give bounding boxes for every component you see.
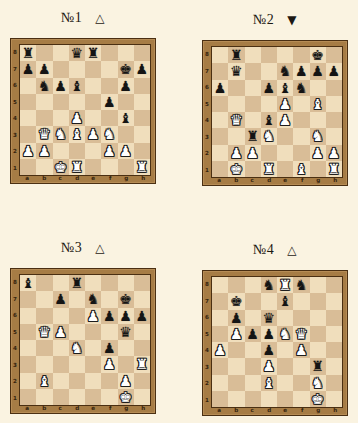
white-pawn-piece[interactable]: ♟ <box>214 343 227 357</box>
square-c2[interactable] <box>53 373 69 389</box>
black-king-piece[interactable]: ♚ <box>230 294 243 308</box>
white-knight-piece[interactable]: ♞ <box>311 376 324 390</box>
square-f7[interactable]: ♟ <box>293 63 309 79</box>
black-pawn-piece[interactable]: ♟ <box>54 79 67 93</box>
black-pawn-piece[interactable]: ♟ <box>295 64 308 78</box>
square-a7[interactable] <box>212 63 228 79</box>
square-f5[interactable]: ♟ <box>101 94 117 110</box>
white-rook-piece[interactable]: ♜ <box>263 162 276 176</box>
white-rook-piece[interactable]: ♜ <box>71 160 84 174</box>
square-a5[interactable] <box>212 96 228 112</box>
square-a3[interactable] <box>20 126 36 142</box>
square-b1[interactable] <box>36 159 52 175</box>
square-g1[interactable] <box>310 161 326 177</box>
square-a4[interactable]: ♟ <box>212 342 228 358</box>
white-queen-piece[interactable]: ♛ <box>295 327 308 341</box>
square-d3[interactable]: ♝ <box>69 126 85 142</box>
square-g2[interactable]: ♟ <box>118 143 134 159</box>
black-rook-piece[interactable]: ♜ <box>311 359 324 373</box>
square-f6[interactable]: ♟ <box>101 308 117 324</box>
black-queen-piece[interactable]: ♛ <box>230 64 243 78</box>
square-h7[interactable] <box>326 293 342 309</box>
square-f6[interactable] <box>293 310 309 326</box>
square-b2[interactable]: ♟ <box>36 143 52 159</box>
square-d4[interactable]: ♞ <box>69 340 85 356</box>
square-a7[interactable]: ♟ <box>20 61 36 77</box>
square-e5[interactable] <box>85 94 101 110</box>
white-pawn-piece[interactable]: ♟ <box>328 146 341 160</box>
square-a5[interactable] <box>212 326 228 342</box>
square-b5[interactable] <box>228 96 244 112</box>
square-g5[interactable] <box>310 326 326 342</box>
square-d5[interactable] <box>261 96 277 112</box>
square-e5[interactable]: ♞ <box>277 326 293 342</box>
square-a7[interactable] <box>20 291 36 307</box>
white-pawn-piece[interactable]: ♟ <box>279 97 292 111</box>
square-a7[interactable] <box>212 293 228 309</box>
square-d5[interactable]: ♟ <box>261 326 277 342</box>
square-g3[interactable]: ♞ <box>310 128 326 144</box>
square-a6[interactable] <box>212 310 228 326</box>
square-g2[interactable]: ♞ <box>310 375 326 391</box>
square-c7[interactable] <box>245 293 261 309</box>
white-pawn-piece[interactable]: ♟ <box>119 144 132 158</box>
black-pawn-piece[interactable]: ♟ <box>246 327 259 341</box>
square-c7[interactable] <box>245 63 261 79</box>
white-pawn-piece[interactable]: ♟ <box>230 146 243 160</box>
square-e7[interactable]: ♞ <box>85 291 101 307</box>
square-b1[interactable]: ♚ <box>228 161 244 177</box>
white-bishop-piece[interactable]: ♝ <box>311 97 324 111</box>
square-a2[interactable] <box>212 145 228 161</box>
black-rook-piece[interactable]: ♜ <box>87 46 100 60</box>
white-bishop-piece[interactable]: ♝ <box>38 374 51 388</box>
black-pawn-piece[interactable]: ♟ <box>136 309 149 323</box>
square-h5[interactable] <box>134 94 150 110</box>
black-pawn-piece[interactable]: ♟ <box>263 327 276 341</box>
square-g6[interactable] <box>310 80 326 96</box>
square-d6[interactable]: ♝ <box>69 78 85 94</box>
square-f5[interactable] <box>293 96 309 112</box>
square-g5[interactable]: ♝ <box>310 96 326 112</box>
square-e7[interactable] <box>85 61 101 77</box>
white-pawn-piece[interactable]: ♟ <box>87 309 100 323</box>
white-queen-piece[interactable]: ♛ <box>38 127 51 141</box>
square-e2[interactable] <box>277 375 293 391</box>
square-a1[interactable] <box>212 391 228 407</box>
square-e3[interactable]: ♟ <box>85 126 101 142</box>
square-f8[interactable] <box>101 45 117 61</box>
square-b2[interactable]: ♟ <box>228 145 244 161</box>
square-f4[interactable]: ♟ <box>293 342 309 358</box>
square-h8[interactable] <box>326 47 342 63</box>
square-c8[interactable] <box>245 47 261 63</box>
square-b6[interactable] <box>36 308 52 324</box>
square-d6[interactable]: ♟ <box>261 80 277 96</box>
square-b6[interactable] <box>228 80 244 96</box>
square-a5[interactable] <box>20 324 36 340</box>
square-f3[interactable] <box>293 128 309 144</box>
square-c5[interactable] <box>53 94 69 110</box>
square-g3[interactable] <box>118 356 134 372</box>
square-f8[interactable]: ♞ <box>293 277 309 293</box>
black-queen-piece[interactable]: ♛ <box>263 311 276 325</box>
square-h1[interactable]: ♜ <box>134 159 150 175</box>
square-e8[interactable]: ♜ <box>85 45 101 61</box>
square-c2[interactable]: ♟ <box>245 145 261 161</box>
square-f6[interactable] <box>101 78 117 94</box>
square-a4[interactable] <box>212 112 228 128</box>
square-h6[interactable]: ♟ <box>134 308 150 324</box>
square-a8[interactable]: ♝ <box>20 275 36 291</box>
square-d8[interactable]: ♞ <box>261 277 277 293</box>
square-d3[interactable]: ♞ <box>261 128 277 144</box>
square-b4[interactable] <box>228 342 244 358</box>
black-pawn-piece[interactable]: ♟ <box>103 95 116 109</box>
square-a1[interactable] <box>20 159 36 175</box>
square-b7[interactable]: ♛ <box>228 63 244 79</box>
black-queen-piece[interactable]: ♛ <box>119 325 132 339</box>
white-knight-piece[interactable]: ♞ <box>311 129 324 143</box>
square-b7[interactable]: ♟ <box>36 61 52 77</box>
square-c4[interactable] <box>245 112 261 128</box>
square-h6[interactable] <box>134 78 150 94</box>
square-f2[interactable] <box>101 373 117 389</box>
square-a3[interactable] <box>212 358 228 374</box>
square-f2[interactable] <box>293 375 309 391</box>
square-f8[interactable] <box>293 47 309 63</box>
square-g4[interactable] <box>310 342 326 358</box>
square-e8[interactable]: ♜ <box>277 277 293 293</box>
square-h2[interactable] <box>134 373 150 389</box>
square-b3[interactable]: ♛ <box>36 126 52 142</box>
square-b6[interactable]: ♞ <box>36 78 52 94</box>
square-b5[interactable]: ♛ <box>36 324 52 340</box>
square-g3[interactable]: ♜ <box>310 358 326 374</box>
square-h5[interactable] <box>326 326 342 342</box>
black-bishop-piece[interactable]: ♝ <box>119 111 132 125</box>
square-a2[interactable] <box>212 375 228 391</box>
square-f2[interactable] <box>293 145 309 161</box>
square-d4[interactable]: ♝ <box>261 112 277 128</box>
square-d6[interactable] <box>69 308 85 324</box>
square-g7[interactable]: ♚ <box>118 61 134 77</box>
square-f5[interactable]: ♛ <box>293 326 309 342</box>
black-pawn-piece[interactable]: ♟ <box>103 309 116 323</box>
black-pawn-piece[interactable]: ♟ <box>136 62 149 76</box>
square-d6[interactable]: ♛ <box>261 310 277 326</box>
white-bishop-piece[interactable]: ♝ <box>295 162 308 176</box>
square-f1[interactable]: ♝ <box>293 161 309 177</box>
square-f2[interactable]: ♟ <box>101 143 117 159</box>
square-g4[interactable] <box>310 112 326 128</box>
square-g7[interactable]: ♟ <box>310 63 326 79</box>
square-c5[interactable]: ♟ <box>245 326 261 342</box>
square-d4[interactable]: ♟ <box>69 110 85 126</box>
square-b5[interactable] <box>36 94 52 110</box>
square-d1[interactable] <box>261 391 277 407</box>
square-c3[interactable] <box>53 356 69 372</box>
square-a6[interactable] <box>20 78 36 94</box>
square-g8[interactable]: ♚ <box>310 47 326 63</box>
square-a6[interactable]: ♟ <box>212 80 228 96</box>
square-h6[interactable] <box>326 80 342 96</box>
square-g7[interactable] <box>310 293 326 309</box>
square-d2[interactable] <box>261 145 277 161</box>
square-c8[interactable] <box>53 45 69 61</box>
square-b3[interactable] <box>228 128 244 144</box>
black-bishop-piece[interactable]: ♝ <box>263 113 276 127</box>
black-pawn-piece[interactable]: ♟ <box>38 62 51 76</box>
square-h8[interactable] <box>326 277 342 293</box>
square-g8[interactable] <box>118 45 134 61</box>
square-a1[interactable] <box>20 389 36 405</box>
square-f1[interactable] <box>101 159 117 175</box>
white-knight-piece[interactable]: ♞ <box>71 341 84 355</box>
white-queen-piece[interactable]: ♛ <box>38 325 51 339</box>
black-pawn-piece[interactable]: ♟ <box>263 81 276 95</box>
square-d2[interactable]: ♝ <box>261 375 277 391</box>
square-c8[interactable] <box>245 277 261 293</box>
square-d2[interactable] <box>69 143 85 159</box>
square-c3[interactable] <box>245 358 261 374</box>
square-c7[interactable]: ♟ <box>53 291 69 307</box>
white-pawn-piece[interactable]: ♟ <box>311 146 324 160</box>
square-h3[interactable] <box>326 128 342 144</box>
black-pawn-piece[interactable]: ♟ <box>311 64 324 78</box>
white-pawn-piece[interactable]: ♟ <box>103 357 116 371</box>
white-pawn-piece[interactable]: ♟ <box>279 113 292 127</box>
white-pawn-piece[interactable]: ♟ <box>103 144 116 158</box>
square-d5[interactable] <box>69 324 85 340</box>
square-e6[interactable]: ♝ <box>277 80 293 96</box>
square-h1[interactable]: ♜ <box>326 161 342 177</box>
square-e3[interactable] <box>277 358 293 374</box>
square-f7[interactable] <box>101 291 117 307</box>
square-h4[interactable] <box>326 112 342 128</box>
white-knight-piece[interactable]: ♞ <box>263 129 276 143</box>
square-h2[interactable] <box>134 143 150 159</box>
square-d3[interactable] <box>69 356 85 372</box>
square-h8[interactable] <box>134 275 150 291</box>
square-e1[interactable] <box>85 389 101 405</box>
black-knight-piece[interactable]: ♞ <box>38 79 51 93</box>
square-b8[interactable] <box>228 277 244 293</box>
black-rook-piece[interactable]: ♜ <box>246 129 259 143</box>
white-pawn-piece[interactable]: ♟ <box>71 111 84 125</box>
square-a3[interactable] <box>212 128 228 144</box>
square-b7[interactable]: ♚ <box>228 293 244 309</box>
square-f8[interactable] <box>101 275 117 291</box>
square-d8[interactable]: ♜ <box>69 275 85 291</box>
square-g4[interactable] <box>118 340 134 356</box>
square-d5[interactable] <box>69 94 85 110</box>
black-pawn-piece[interactable]: ♟ <box>119 309 132 323</box>
square-e6[interactable] <box>85 78 101 94</box>
square-c2[interactable] <box>245 375 261 391</box>
square-b8[interactable]: ♜ <box>228 47 244 63</box>
square-e7[interactable]: ♝ <box>277 293 293 309</box>
white-pawn-piece[interactable]: ♟ <box>87 127 100 141</box>
square-e8[interactable] <box>85 275 101 291</box>
black-pawn-piece[interactable]: ♟ <box>230 311 243 325</box>
white-king-piece[interactable]: ♚ <box>230 162 243 176</box>
white-king-piece[interactable]: ♚ <box>311 392 324 406</box>
black-knight-piece[interactable]: ♞ <box>87 292 100 306</box>
square-h3[interactable] <box>326 358 342 374</box>
square-c7[interactable] <box>53 61 69 77</box>
square-c1[interactable]: ♚ <box>53 159 69 175</box>
square-e1[interactable] <box>85 159 101 175</box>
square-f5[interactable] <box>101 324 117 340</box>
black-bishop-piece[interactable]: ♝ <box>279 294 292 308</box>
black-pawn-piece[interactable]: ♟ <box>263 343 276 357</box>
square-b8[interactable] <box>36 45 52 61</box>
square-g3[interactable] <box>118 126 134 142</box>
black-knight-piece[interactable]: ♞ <box>295 81 308 95</box>
black-queen-piece[interactable]: ♛ <box>71 46 84 60</box>
square-c1[interactable] <box>53 389 69 405</box>
black-knight-piece[interactable]: ♞ <box>295 278 308 292</box>
square-g8[interactable] <box>310 277 326 293</box>
black-bishop-piece[interactable]: ♝ <box>22 276 35 290</box>
square-d3[interactable]: ♟ <box>261 358 277 374</box>
square-c1[interactable] <box>245 161 261 177</box>
white-rook-piece[interactable]: ♜ <box>136 160 149 174</box>
square-b1[interactable] <box>228 391 244 407</box>
square-e5[interactable]: ♟ <box>277 96 293 112</box>
square-g1[interactable]: ♚ <box>118 389 134 405</box>
square-e3[interactable] <box>85 356 101 372</box>
square-h3[interactable]: ♜ <box>134 356 150 372</box>
square-e4[interactable] <box>85 110 101 126</box>
chessboard-2[interactable]: 87654321 ♜♚♛♞♟♟♟♟♟♝♞♟♝♛♝♟♜♞♞♟♟♟♟♚♜♝♜ abc… <box>202 40 348 186</box>
square-c5[interactable]: ♟ <box>53 324 69 340</box>
black-pawn-piece[interactable]: ♟ <box>328 64 341 78</box>
square-d7[interactable] <box>261 293 277 309</box>
chessboard-4[interactable]: 87654321 ♞♜♞♚♝♟♛♟♟♟♞♛♟♟♟♟♜♝♞♚ abcdefgh <box>202 270 348 416</box>
square-e6[interactable] <box>277 310 293 326</box>
white-pawn-piece[interactable]: ♟ <box>246 146 259 160</box>
square-g1[interactable]: ♚ <box>310 391 326 407</box>
square-c3[interactable]: ♜ <box>245 128 261 144</box>
square-e2[interactable] <box>85 143 101 159</box>
square-b1[interactable] <box>36 389 52 405</box>
white-pawn-piece[interactable]: ♟ <box>38 144 51 158</box>
square-f4[interactable] <box>101 110 117 126</box>
square-g5[interactable] <box>118 94 134 110</box>
square-c8[interactable] <box>53 275 69 291</box>
white-rook-piece[interactable]: ♜ <box>328 162 341 176</box>
square-a2[interactable]: ♟ <box>20 143 36 159</box>
square-b8[interactable] <box>36 275 52 291</box>
chessboard-1[interactable]: 87654321 ♜♛♜♟♟♚♟♞♟♝♟♟♟♝♛♞♝♟♞♟♟♟♟♚♜♜ abcd… <box>10 38 156 184</box>
square-a4[interactable] <box>20 110 36 126</box>
square-e7[interactable]: ♞ <box>277 63 293 79</box>
square-g7[interactable]: ♚ <box>118 291 134 307</box>
square-f1[interactable] <box>293 391 309 407</box>
square-c1[interactable] <box>245 391 261 407</box>
square-e4[interactable] <box>85 340 101 356</box>
black-pawn-piece[interactable]: ♟ <box>54 292 67 306</box>
square-c6[interactable] <box>245 310 261 326</box>
square-b3[interactable] <box>228 358 244 374</box>
square-h7[interactable]: ♟ <box>134 61 150 77</box>
white-pawn-piece[interactable]: ♟ <box>230 327 243 341</box>
square-h1[interactable] <box>134 389 150 405</box>
black-pawn-piece[interactable]: ♟ <box>103 341 116 355</box>
black-knight-piece[interactable]: ♞ <box>279 64 292 78</box>
square-d1[interactable]: ♜ <box>261 161 277 177</box>
square-h7[interactable] <box>134 291 150 307</box>
square-a4[interactable] <box>20 340 36 356</box>
square-d7[interactable] <box>261 63 277 79</box>
square-h3[interactable] <box>134 126 150 142</box>
square-d8[interactable]: ♛ <box>69 45 85 61</box>
white-pawn-piece[interactable]: ♟ <box>22 144 35 158</box>
square-e1[interactable] <box>277 161 293 177</box>
square-c4[interactable] <box>53 340 69 356</box>
black-bishop-piece[interactable]: ♝ <box>279 81 292 95</box>
black-pawn-piece[interactable]: ♟ <box>214 81 227 95</box>
square-g2[interactable]: ♟ <box>310 145 326 161</box>
square-e2[interactable] <box>277 145 293 161</box>
square-f3[interactable]: ♟ <box>101 356 117 372</box>
black-rook-piece[interactable]: ♜ <box>22 46 35 60</box>
square-h5[interactable] <box>134 324 150 340</box>
square-g4[interactable]: ♝ <box>118 110 134 126</box>
white-king-piece[interactable]: ♚ <box>54 160 67 174</box>
square-b4[interactable] <box>36 340 52 356</box>
square-c6[interactable]: ♟ <box>53 78 69 94</box>
square-g8[interactable] <box>118 275 134 291</box>
square-b4[interactable] <box>36 110 52 126</box>
black-bishop-piece[interactable]: ♝ <box>71 79 84 93</box>
white-pawn-piece[interactable]: ♟ <box>54 325 67 339</box>
square-e5[interactable] <box>85 324 101 340</box>
square-b5[interactable]: ♟ <box>228 326 244 342</box>
square-b7[interactable] <box>36 291 52 307</box>
square-b3[interactable] <box>36 356 52 372</box>
square-d1[interactable] <box>69 389 85 405</box>
square-h4[interactable] <box>134 110 150 126</box>
white-knight-piece[interactable]: ♞ <box>279 327 292 341</box>
white-rook-piece[interactable]: ♜ <box>279 278 292 292</box>
square-h7[interactable]: ♟ <box>326 63 342 79</box>
square-c2[interactable] <box>53 143 69 159</box>
square-d1[interactable]: ♜ <box>69 159 85 175</box>
square-h5[interactable] <box>326 96 342 112</box>
white-queen-piece[interactable]: ♛ <box>230 113 243 127</box>
square-c4[interactable] <box>53 110 69 126</box>
square-h6[interactable] <box>326 310 342 326</box>
square-e1[interactable] <box>277 391 293 407</box>
square-b2[interactable] <box>228 375 244 391</box>
square-a6[interactable] <box>20 308 36 324</box>
white-king-piece[interactable]: ♚ <box>119 390 132 404</box>
white-bishop-piece[interactable]: ♝ <box>263 376 276 390</box>
black-pawn-piece[interactable]: ♟ <box>22 62 35 76</box>
white-knight-piece[interactable]: ♞ <box>54 127 67 141</box>
square-f3[interactable] <box>293 358 309 374</box>
square-f7[interactable] <box>293 293 309 309</box>
white-pawn-piece[interactable]: ♟ <box>119 374 132 388</box>
square-c5[interactable] <box>245 96 261 112</box>
black-king-piece[interactable]: ♚ <box>311 48 324 62</box>
square-f6[interactable]: ♞ <box>293 80 309 96</box>
square-h2[interactable]: ♟ <box>326 145 342 161</box>
square-f4[interactable]: ♟ <box>101 340 117 356</box>
